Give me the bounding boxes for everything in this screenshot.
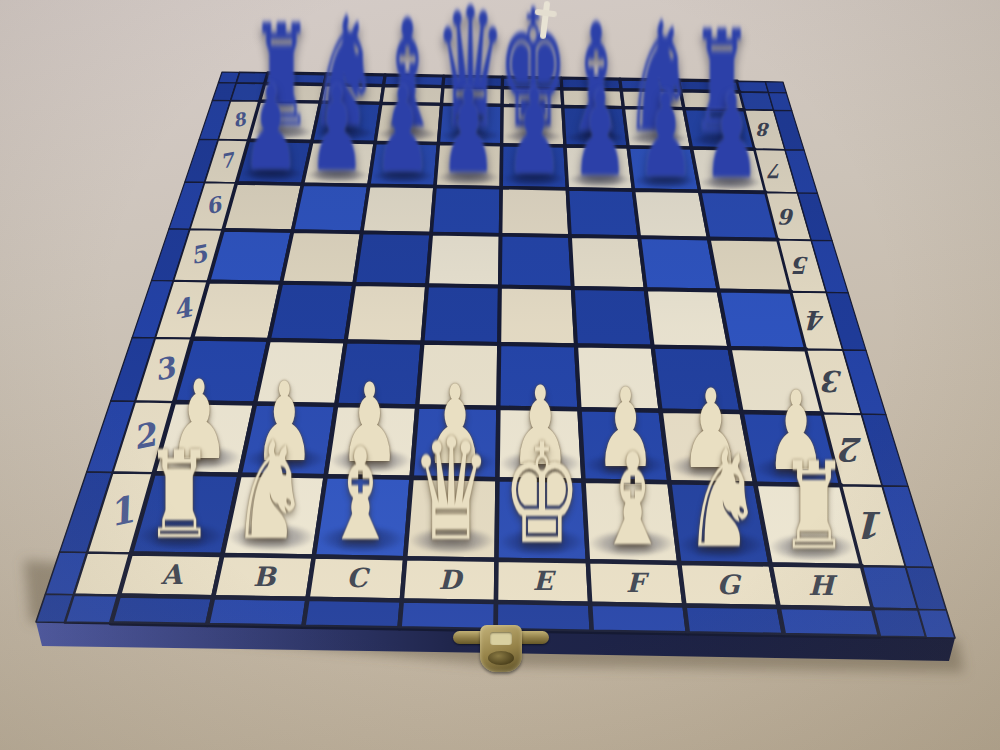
brass-latch <box>453 625 549 677</box>
board-lighting-overlay <box>36 72 955 638</box>
latch-knob <box>488 651 514 665</box>
chessboard-photo: ABCDEFGH8877665544332211 ♜♞♝♛♚♝♞♜♟♟♟♟♟♟♟… <box>0 0 1000 750</box>
cross-horizontal-bar <box>535 9 558 18</box>
black-king-cross-finial <box>532 0 558 40</box>
latch-window <box>490 632 512 645</box>
cross-vertical-bar <box>540 1 551 39</box>
